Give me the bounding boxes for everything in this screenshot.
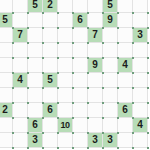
empty-cell-r6c9[interactable] xyxy=(133,88,148,103)
empty-cell-r3c2[interactable] xyxy=(28,43,43,58)
empty-cell-r1c3[interactable] xyxy=(43,13,58,28)
empty-cell-r7c7[interactable] xyxy=(103,103,118,118)
clue-number: 9 xyxy=(107,15,113,25)
empty-cell-r4c9[interactable] xyxy=(133,58,148,73)
clue-cell-r7c8: 6 xyxy=(118,103,133,118)
empty-cell-r4c1[interactable] xyxy=(13,58,28,73)
clue-cell-r1c0: 5 xyxy=(0,13,13,28)
empty-cell-r3c7[interactable] xyxy=(103,43,118,58)
clue-number: 2 xyxy=(2,105,8,115)
empty-cell-r5c6[interactable] xyxy=(88,73,103,88)
empty-cell-r6c6[interactable] xyxy=(88,88,103,103)
clue-number: 10 xyxy=(61,121,70,130)
clue-cell-r9c7: 3 xyxy=(103,133,118,148)
empty-cell-r7c9[interactable] xyxy=(133,103,148,118)
empty-cell-r6c7[interactable] xyxy=(103,88,118,103)
clue-number: 5 xyxy=(107,0,113,10)
clue-cell-r0c3: 2 xyxy=(43,0,58,13)
empty-cell-r2c4[interactable] xyxy=(58,28,73,43)
clue-number: 6 xyxy=(122,105,128,115)
clue-cell-r4c6: 9 xyxy=(88,58,103,73)
empty-cell-r8c0[interactable] xyxy=(0,118,13,133)
clue-cell-r0c2: 5 xyxy=(28,0,43,13)
empty-cell-r5c0[interactable] xyxy=(0,73,13,88)
clue-cell-r8c2: 6 xyxy=(28,118,43,133)
empty-cell-r7c5[interactable] xyxy=(73,103,88,118)
clue-cell-r8c9: 4 xyxy=(133,118,148,133)
clue-cell-r4c8: 4 xyxy=(118,58,133,73)
empty-cell-r3c1[interactable] xyxy=(13,43,28,58)
empty-cell-r2c3[interactable] xyxy=(43,28,58,43)
clue-cell-r2c1: 7 xyxy=(13,28,28,43)
empty-cell-r5c7[interactable] xyxy=(103,73,118,88)
empty-cell-r0c9[interactable] xyxy=(133,0,148,13)
empty-cell-r2c7[interactable] xyxy=(103,28,118,43)
clue-cell-r7c0: 2 xyxy=(0,103,13,118)
empty-cell-r5c9[interactable] xyxy=(133,73,148,88)
empty-cell-r8c1[interactable] xyxy=(13,118,28,133)
clue-number: 6 xyxy=(32,120,38,130)
clue-number: 3 xyxy=(107,135,113,145)
empty-cell-r4c3[interactable] xyxy=(43,58,58,73)
clue-cell-r8c4: 10 xyxy=(58,118,73,133)
clue-cell-r5c3: 5 xyxy=(43,73,58,88)
empty-cell-r3c4[interactable] xyxy=(58,43,73,58)
clue-cell-r2c6: 7 xyxy=(88,28,103,43)
empty-cell-r6c8[interactable] xyxy=(118,88,133,103)
empty-cell-r9c8[interactable] xyxy=(118,133,133,148)
puzzle-screen: 52556977394452666104333 xyxy=(0,0,150,150)
empty-cell-r5c8[interactable] xyxy=(118,73,133,88)
empty-cell-r3c3[interactable] xyxy=(43,43,58,58)
empty-cell-r8c5[interactable] xyxy=(73,118,88,133)
empty-cell-r0c8[interactable] xyxy=(118,0,133,13)
empty-cell-r3c6[interactable] xyxy=(88,43,103,58)
empty-cell-r9c9[interactable] xyxy=(133,133,148,148)
clue-cell-r2c9: 3 xyxy=(133,28,148,43)
clue-number: 5 xyxy=(32,0,38,10)
clue-number: 3 xyxy=(32,135,38,145)
empty-cell-r3c0[interactable] xyxy=(0,43,13,58)
clue-cell-r5c1: 4 xyxy=(13,73,28,88)
empty-cell-r3c9[interactable] xyxy=(133,43,148,58)
empty-cell-r5c2[interactable] xyxy=(28,73,43,88)
clue-number: 4 xyxy=(17,75,23,85)
empty-cell-r0c6[interactable] xyxy=(88,0,103,13)
empty-cell-r1c1[interactable] xyxy=(13,13,28,28)
clue-number: 9 xyxy=(92,60,98,70)
empty-cell-r7c4[interactable] xyxy=(58,103,73,118)
empty-cell-r0c0[interactable] xyxy=(0,0,13,13)
empty-cell-r9c0[interactable] xyxy=(0,133,13,148)
empty-cell-r6c3[interactable] xyxy=(43,88,58,103)
clue-number: 6 xyxy=(77,15,83,25)
empty-cell-r7c2[interactable] xyxy=(28,103,43,118)
empty-cell-r2c2[interactable] xyxy=(28,28,43,43)
empty-cell-r9c1[interactable] xyxy=(13,133,28,148)
clue-number: 6 xyxy=(47,105,53,115)
empty-cell-r9c3[interactable] xyxy=(43,133,58,148)
empty-cell-r8c6[interactable] xyxy=(88,118,103,133)
empty-cell-r6c2[interactable] xyxy=(28,88,43,103)
empty-cell-r3c5[interactable] xyxy=(73,43,88,58)
empty-cell-r1c9[interactable] xyxy=(133,13,148,28)
empty-cell-r0c1[interactable] xyxy=(13,0,28,13)
clue-number: 4 xyxy=(122,60,128,70)
empty-cell-r1c4[interactable] xyxy=(58,13,73,28)
clue-number: 7 xyxy=(92,30,98,40)
clue-number: 3 xyxy=(92,135,98,145)
empty-cell-r6c5[interactable] xyxy=(73,88,88,103)
empty-cell-r1c8[interactable] xyxy=(118,13,133,28)
clue-number: 4 xyxy=(137,120,143,130)
empty-cell-r5c4[interactable] xyxy=(58,73,73,88)
empty-cell-r8c7[interactable] xyxy=(103,118,118,133)
clue-cell-r7c3: 6 xyxy=(43,103,58,118)
empty-cell-r4c0[interactable] xyxy=(0,58,13,73)
empty-cell-r7c1[interactable] xyxy=(13,103,28,118)
clue-cell-r9c2: 3 xyxy=(28,133,43,148)
empty-cell-r4c4[interactable] xyxy=(58,58,73,73)
puzzle-board: 52556977394452666104333 xyxy=(0,0,148,148)
empty-cell-r2c5[interactable] xyxy=(73,28,88,43)
clue-number: 5 xyxy=(2,15,8,25)
empty-cell-r8c8[interactable] xyxy=(118,118,133,133)
empty-cell-r0c5[interactable] xyxy=(73,0,88,13)
clue-number: 7 xyxy=(17,30,23,40)
empty-cell-r4c5[interactable] xyxy=(73,58,88,73)
empty-cell-r4c2[interactable] xyxy=(28,58,43,73)
empty-cell-r3c8[interactable] xyxy=(118,43,133,58)
clue-number: 5 xyxy=(47,75,53,85)
empty-cell-r4c7[interactable] xyxy=(103,58,118,73)
empty-cell-r8c3[interactable] xyxy=(43,118,58,133)
clue-number: 2 xyxy=(47,0,53,10)
empty-cell-r9c5[interactable] xyxy=(73,133,88,148)
empty-cell-r9c4[interactable] xyxy=(58,133,73,148)
empty-cell-r1c6[interactable] xyxy=(88,13,103,28)
empty-cell-r5c5[interactable] xyxy=(73,73,88,88)
clue-cell-r0c7: 5 xyxy=(103,0,118,13)
empty-cell-r1c2[interactable] xyxy=(28,13,43,28)
empty-cell-r6c4[interactable] xyxy=(58,88,73,103)
clue-number: 3 xyxy=(137,30,143,40)
empty-cell-r6c1[interactable] xyxy=(13,88,28,103)
empty-cell-r0c4[interactable] xyxy=(58,0,73,13)
clue-cell-r9c6: 3 xyxy=(88,133,103,148)
empty-cell-r6c0[interactable] xyxy=(0,88,13,103)
clue-cell-r1c7: 9 xyxy=(103,13,118,28)
empty-cell-r7c6[interactable] xyxy=(88,103,103,118)
clue-cell-r1c5: 6 xyxy=(73,13,88,28)
empty-cell-r2c8[interactable] xyxy=(118,28,133,43)
empty-cell-r2c0[interactable] xyxy=(0,28,13,43)
